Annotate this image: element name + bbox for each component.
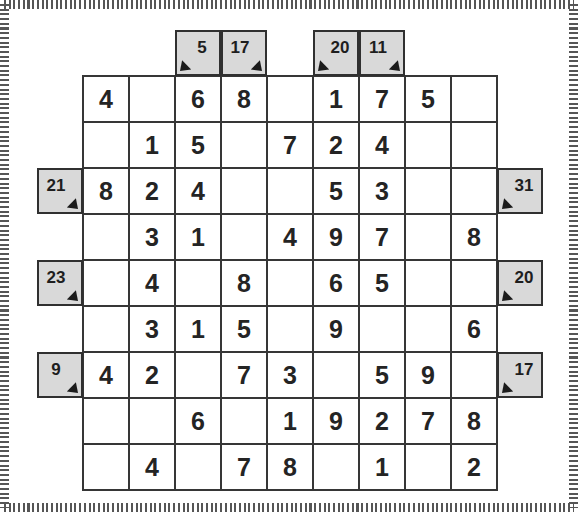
clue-top-col4: 17 <box>221 30 267 76</box>
cell-r7c8[interactable]: 9 <box>405 352 451 398</box>
cell-r9c8[interactable] <box>405 444 451 490</box>
given-digit: 5 <box>375 363 389 388</box>
clue-top-col7: 11 <box>359 30 405 76</box>
clue-value: 31 <box>515 177 534 194</box>
cell-r3c8[interactable] <box>405 168 451 214</box>
cell-r4c4[interactable] <box>221 214 267 260</box>
cell-r3c7[interactable]: 3 <box>359 168 405 214</box>
given-digit: 7 <box>283 133 297 158</box>
cell-r7c9[interactable] <box>451 352 497 398</box>
given-digit: 1 <box>191 317 205 342</box>
given-digit: 7 <box>237 455 251 480</box>
arrow-down-right-icon <box>65 380 78 393</box>
cell-r5c7[interactable]: 5 <box>359 260 405 306</box>
cell-r7c1[interactable]: 4 <box>83 352 129 398</box>
cell-r6c9[interactable]: 6 <box>451 306 497 352</box>
cell-r1c5[interactable] <box>267 76 313 122</box>
cell-r8c6[interactable]: 9 <box>313 398 359 444</box>
given-digit: 3 <box>145 225 159 250</box>
cell-r1c3[interactable]: 6 <box>175 76 221 122</box>
clue-right-row3: 31 <box>497 168 543 214</box>
given-digit: 2 <box>467 455 481 480</box>
cell-r9c1[interactable] <box>83 444 129 490</box>
cell-r3c6[interactable]: 5 <box>313 168 359 214</box>
given-digit: 3 <box>375 179 389 204</box>
cell-r2c7[interactable]: 4 <box>359 122 405 168</box>
given-digit: 5 <box>237 317 251 342</box>
cell-r6c6[interactable]: 9 <box>313 306 359 352</box>
given-digit: 9 <box>329 225 343 250</box>
clue-value: 23 <box>47 269 66 286</box>
cell-r9c6[interactable] <box>313 444 359 490</box>
arrow-down-right-icon <box>387 58 400 71</box>
given-digit: 4 <box>99 87 113 112</box>
clue-left-row5: 23 <box>37 260 83 306</box>
frame-ticks-bottom <box>4 503 574 512</box>
given-digit: 8 <box>99 179 113 204</box>
clue-left-row3: 21 <box>37 168 83 214</box>
given-digit: 4 <box>283 225 297 250</box>
arrow-down-left-icon <box>502 380 515 393</box>
given-digit: 8 <box>283 455 297 480</box>
cell-r6c3[interactable]: 1 <box>175 306 221 352</box>
clue-value: 20 <box>515 269 534 286</box>
given-digit: 2 <box>329 133 343 158</box>
frame-ticks-right <box>569 4 578 508</box>
given-digit: 1 <box>375 455 389 480</box>
clue-right-row7: 17 <box>497 352 543 398</box>
given-digit: 1 <box>145 133 159 158</box>
given-digit: 2 <box>145 363 159 388</box>
cell-r1c1[interactable]: 4 <box>83 76 129 122</box>
arrow-down-left-icon <box>502 288 515 301</box>
given-digit: 5 <box>329 179 343 204</box>
cell-r2c6[interactable]: 2 <box>313 122 359 168</box>
cell-r2c9[interactable] <box>451 122 497 168</box>
cell-r6c8[interactable] <box>405 306 451 352</box>
given-digit: 8 <box>467 409 481 434</box>
cell-r8c4[interactable] <box>221 398 267 444</box>
puzzle-grid: 4681751572482453314978486531596427359619… <box>82 75 498 491</box>
cell-r7c5[interactable]: 3 <box>267 352 313 398</box>
cell-r5c1[interactable] <box>83 260 129 306</box>
given-digit: 5 <box>375 271 389 296</box>
arrow-down-left-icon <box>502 196 515 209</box>
cell-r5c3[interactable] <box>175 260 221 306</box>
given-digit: 9 <box>329 409 343 434</box>
given-digit: 7 <box>375 87 389 112</box>
cell-r6c4[interactable]: 5 <box>221 306 267 352</box>
cell-r3c2[interactable]: 2 <box>129 168 175 214</box>
cell-r7c4[interactable]: 7 <box>221 352 267 398</box>
cell-r8c1[interactable] <box>83 398 129 444</box>
cell-r8c9[interactable]: 8 <box>451 398 497 444</box>
cell-r4c8[interactable] <box>405 214 451 260</box>
cell-r4c5[interactable]: 4 <box>267 214 313 260</box>
given-digit: 3 <box>145 317 159 342</box>
given-digit: 7 <box>237 363 251 388</box>
cell-r7c7[interactable]: 5 <box>359 352 405 398</box>
cell-r1c9[interactable] <box>451 76 497 122</box>
cell-r6c2[interactable]: 3 <box>129 306 175 352</box>
clue-value: 20 <box>331 39 350 56</box>
given-digit: 4 <box>375 133 389 158</box>
given-digit: 1 <box>329 87 343 112</box>
cell-r3c4[interactable] <box>221 168 267 214</box>
given-digit: 6 <box>467 317 481 342</box>
cell-r9c3[interactable] <box>175 444 221 490</box>
clue-top-col6: 20 <box>313 30 359 76</box>
cell-r7c6[interactable] <box>313 352 359 398</box>
cell-r2c8[interactable] <box>405 122 451 168</box>
clue-value: 11 <box>369 39 387 56</box>
given-digit: 4 <box>145 455 159 480</box>
given-digit: 1 <box>191 225 205 250</box>
given-digit: 8 <box>467 225 481 250</box>
cell-r9c4[interactable]: 7 <box>221 444 267 490</box>
given-digit: 6 <box>329 271 343 296</box>
cell-r8c3[interactable]: 6 <box>175 398 221 444</box>
given-digit: 3 <box>283 363 297 388</box>
cell-r4c9[interactable]: 8 <box>451 214 497 260</box>
frame-ticks-left <box>0 4 9 508</box>
cell-r3c3[interactable]: 4 <box>175 168 221 214</box>
cell-r5c4[interactable]: 8 <box>221 260 267 306</box>
given-digit: 6 <box>191 409 205 434</box>
given-digit: 8 <box>237 87 251 112</box>
cell-r8c5[interactable]: 1 <box>267 398 313 444</box>
clue-top-col3: 5 <box>175 30 221 76</box>
given-digit: 9 <box>421 363 435 388</box>
cell-r1c4[interactable]: 8 <box>221 76 267 122</box>
given-digit: 6 <box>191 87 205 112</box>
given-digit: 9 <box>329 317 343 342</box>
cell-r5c5[interactable] <box>267 260 313 306</box>
cell-r1c7[interactable]: 7 <box>359 76 405 122</box>
cell-r5c6[interactable]: 6 <box>313 260 359 306</box>
cell-r7c3[interactable] <box>175 352 221 398</box>
given-digit: 4 <box>99 363 113 388</box>
given-digit: 4 <box>145 271 159 296</box>
cell-r8c8[interactable]: 7 <box>405 398 451 444</box>
given-digit: 5 <box>191 133 205 158</box>
clue-value: 5 <box>197 39 206 56</box>
clue-value: 17 <box>231 39 250 56</box>
cell-r1c6[interactable]: 1 <box>313 76 359 122</box>
cell-r6c7[interactable] <box>359 306 405 352</box>
cell-r2c5[interactable]: 7 <box>267 122 313 168</box>
cell-r9c9[interactable]: 2 <box>451 444 497 490</box>
cell-r5c9[interactable] <box>451 260 497 306</box>
cell-r9c5[interactable]: 8 <box>267 444 313 490</box>
cell-r6c1[interactable] <box>83 306 129 352</box>
cell-r2c2[interactable]: 1 <box>129 122 175 168</box>
cell-r9c2[interactable]: 4 <box>129 444 175 490</box>
cell-r4c6[interactable]: 9 <box>313 214 359 260</box>
given-digit: 2 <box>145 179 159 204</box>
cell-r2c3[interactable]: 5 <box>175 122 221 168</box>
cell-r8c2[interactable] <box>129 398 175 444</box>
cell-r4c7[interactable]: 7 <box>359 214 405 260</box>
clue-value: 9 <box>51 361 60 378</box>
arrow-down-right-icon <box>249 58 262 71</box>
cell-r5c8[interactable] <box>405 260 451 306</box>
cell-r4c3[interactable]: 1 <box>175 214 221 260</box>
cell-r2c1[interactable] <box>83 122 129 168</box>
given-digit: 7 <box>375 225 389 250</box>
given-digit: 8 <box>237 271 251 296</box>
given-digit: 2 <box>375 409 389 434</box>
cell-r6c5[interactable] <box>267 306 313 352</box>
cell-r3c5[interactable] <box>267 168 313 214</box>
cell-r3c9[interactable] <box>451 168 497 214</box>
arrow-down-left-icon <box>318 58 331 71</box>
clue-left-row7: 9 <box>37 352 83 398</box>
given-digit: 1 <box>283 409 297 434</box>
clue-value: 21 <box>47 177 66 194</box>
frame-ticks-top <box>4 0 574 9</box>
cell-r2c4[interactable] <box>221 122 267 168</box>
clue-right-row5: 20 <box>497 260 543 306</box>
cell-r4c1[interactable] <box>83 214 129 260</box>
cell-r1c2[interactable] <box>129 76 175 122</box>
given-digit: 7 <box>421 409 435 434</box>
cell-r9c7[interactable]: 1 <box>359 444 405 490</box>
given-digit: 4 <box>191 179 205 204</box>
given-digit: 5 <box>421 87 435 112</box>
cell-r4c2[interactable]: 3 <box>129 214 175 260</box>
cell-r3c1[interactable]: 8 <box>83 168 129 214</box>
cell-r8c7[interactable]: 2 <box>359 398 405 444</box>
clue-value: 17 <box>515 361 534 378</box>
arrow-down-right-icon <box>65 288 78 301</box>
arrow-down-left-icon <box>180 58 193 71</box>
arrow-down-right-icon <box>65 196 78 209</box>
cell-r7c2[interactable]: 2 <box>129 352 175 398</box>
cell-r5c2[interactable]: 4 <box>129 260 175 306</box>
cell-r1c8[interactable]: 5 <box>405 76 451 122</box>
